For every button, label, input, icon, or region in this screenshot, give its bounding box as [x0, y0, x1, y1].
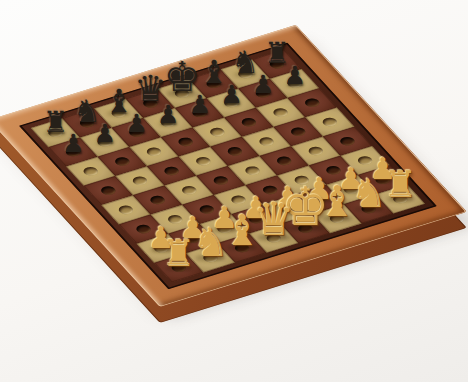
peg-hole — [373, 174, 392, 185]
peg-hole — [324, 165, 343, 176]
peg-hole — [232, 242, 251, 253]
peg-hole — [288, 126, 307, 137]
peg-hole — [134, 223, 153, 234]
peg-hole — [95, 137, 114, 148]
peg-hole — [99, 185, 118, 196]
peg-hole — [201, 252, 220, 263]
peg-hole — [158, 117, 177, 128]
peg-hole — [296, 223, 315, 234]
peg-hole — [306, 145, 325, 156]
peg-hole — [144, 146, 163, 157]
peg-hole — [246, 213, 265, 224]
peg-hole — [165, 214, 184, 225]
peg-hole — [239, 117, 258, 128]
peg-hole — [271, 107, 290, 118]
peg-hole — [253, 88, 272, 99]
peg-hole — [127, 127, 146, 138]
photo-background: ♜♞♝♛♚♝♞♜♟♟♟♟♟♟♟♟♟♟♟♟♟♟♟♟♜♞♝♛♚♝♞♜ — [0, 0, 468, 382]
peg-hole — [116, 204, 135, 215]
peg-hole — [236, 68, 255, 79]
peg-hole — [303, 97, 322, 108]
peg-hole — [278, 203, 297, 214]
peg-hole — [169, 262, 188, 273]
peg-hole — [180, 185, 199, 196]
peg-hole — [359, 203, 378, 214]
peg-hole — [183, 233, 202, 244]
peg-hole — [391, 193, 410, 204]
peg-hole — [46, 127, 65, 138]
peg-hole — [211, 175, 230, 186]
peg-hole — [81, 166, 100, 177]
peg-hole — [172, 88, 191, 99]
peg-hole — [257, 136, 276, 147]
peg-hole — [264, 233, 283, 244]
peg-hole — [274, 155, 293, 166]
peg-hole — [267, 58, 286, 69]
peg-hole — [130, 175, 149, 186]
peg-hole — [176, 136, 195, 147]
peg-hole — [141, 98, 160, 109]
peg-hole — [162, 165, 181, 176]
peg-hole — [338, 136, 357, 147]
peg-hole — [229, 194, 248, 205]
peg-hole — [148, 194, 167, 205]
peg-hole — [208, 126, 227, 137]
peg-hole — [63, 146, 82, 157]
peg-hole — [327, 213, 346, 224]
peg-hole — [204, 78, 223, 89]
peg-hole — [151, 243, 170, 254]
peg-hole — [190, 107, 209, 118]
peg-hole — [225, 146, 244, 157]
peg-hole — [260, 184, 279, 195]
peg-hole — [292, 174, 311, 185]
peg-hole — [222, 97, 241, 108]
peg-hole — [77, 117, 96, 128]
peg-hole — [197, 204, 216, 215]
peg-hole — [243, 165, 262, 176]
peg-hole — [310, 194, 329, 205]
peg-hole — [285, 78, 304, 89]
peg-hole — [341, 184, 360, 195]
peg-hole — [194, 155, 213, 166]
chess-board — [0, 25, 467, 307]
peg-hole — [320, 116, 339, 127]
peg-hole — [113, 156, 132, 167]
peg-hole — [215, 223, 234, 234]
peg-hole — [355, 155, 374, 166]
peg-hole — [109, 107, 128, 118]
